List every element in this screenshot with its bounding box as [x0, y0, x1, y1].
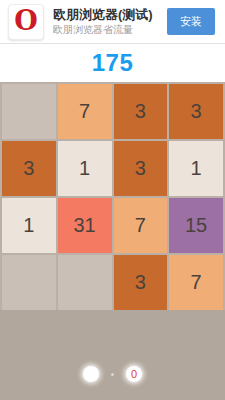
- tile-3: 3: [114, 141, 168, 196]
- tile-3: 3: [169, 84, 223, 139]
- footer-area: 0: [0, 310, 225, 400]
- tile-1: 1: [169, 141, 223, 196]
- install-button[interactable]: 安装: [167, 8, 215, 35]
- score-bar: 175: [0, 44, 225, 82]
- tile-15: 15: [169, 198, 223, 253]
- page-indicator-dot[interactable]: [83, 366, 99, 382]
- game-board[interactable]: 733313113171537: [0, 82, 225, 310]
- tile-3: 3: [2, 141, 56, 196]
- indicator-row: 0: [0, 366, 225, 382]
- separator-dot-icon: [111, 373, 114, 376]
- empty-cell: [58, 255, 112, 310]
- tile-3: 3: [114, 84, 168, 139]
- count-badge[interactable]: 0: [126, 366, 142, 382]
- tile-1: 1: [58, 141, 112, 196]
- count-badge-value: 0: [131, 369, 137, 380]
- tile-7: 7: [169, 255, 223, 310]
- ad-banner[interactable]: O 欧朋浏览器(测试) 欧朋浏览器省流量 安装: [0, 0, 225, 44]
- ad-title: 欧朋浏览器(测试): [53, 7, 158, 23]
- opera-logo-icon: O: [8, 4, 44, 40]
- tile-3: 3: [114, 255, 168, 310]
- score-value: 175: [92, 49, 134, 77]
- ad-subtitle: 欧朋浏览器省流量: [53, 23, 158, 36]
- tile-7: 7: [114, 198, 168, 253]
- ad-text-block: 欧朋浏览器(测试) 欧朋浏览器省流量: [53, 7, 158, 36]
- tile-7: 7: [58, 84, 112, 139]
- opera-logo-letter: O: [14, 7, 38, 34]
- empty-cell: [2, 255, 56, 310]
- empty-cell: [2, 84, 56, 139]
- tile-31: 31: [58, 198, 112, 253]
- tile-1: 1: [2, 198, 56, 253]
